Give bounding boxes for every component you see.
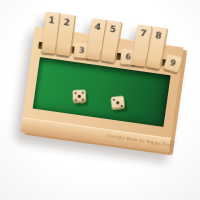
tile-number: 5	[109, 23, 117, 34]
tile-number: 4	[94, 21, 102, 32]
tile-number: 6	[125, 52, 131, 61]
tile-9-shut[interactable]: 9	[164, 54, 183, 73]
die-1-showing-5[interactable]	[73, 90, 86, 103]
shut-the-box-board: 123456789 Lovingly Made for Bigjigs Toys	[20, 26, 183, 153]
tile-number: 3	[79, 46, 85, 55]
die-pip	[81, 91, 84, 94]
tile-number: 1	[48, 15, 55, 26]
photo-background: 123456789 Lovingly Made for Bigjigs Toys	[0, 0, 200, 200]
die-2-showing-3[interactable]	[111, 96, 125, 110]
die-pip	[74, 99, 77, 102]
die-pip	[78, 95, 81, 98]
tile-number: 2	[63, 17, 70, 28]
tile-number: 7	[140, 28, 148, 39]
tile-number: 8	[155, 30, 163, 41]
die-pip	[74, 92, 77, 95]
die-pip	[116, 101, 119, 104]
die-pip	[82, 99, 85, 102]
die-pip	[112, 98, 115, 101]
die-pip	[120, 105, 123, 108]
tile-row: 123456789	[35, 26, 184, 47]
tile-number: 9	[169, 58, 177, 68]
